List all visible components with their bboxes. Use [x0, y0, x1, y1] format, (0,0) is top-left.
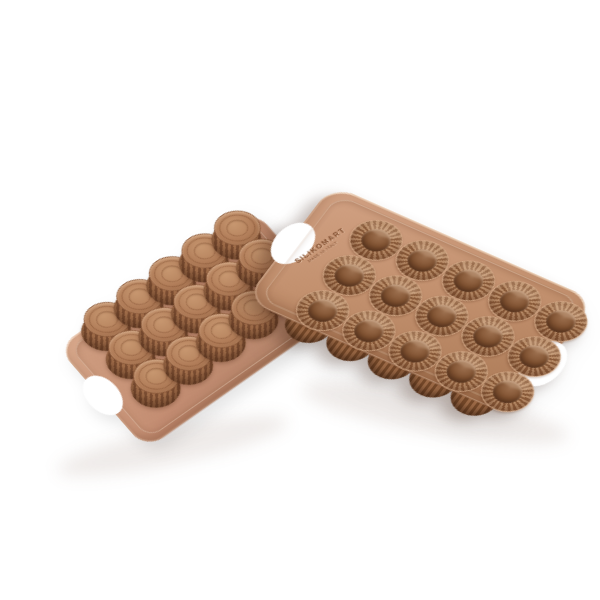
bump-ring-inner [226, 220, 248, 236]
product-photo: SILIKOMART MADE IN ITALY [0, 0, 600, 600]
mold-face-up: SILIKOMART MADE IN ITALY [245, 185, 595, 416]
